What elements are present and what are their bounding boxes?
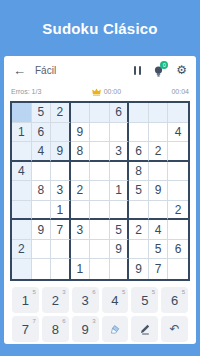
cell-r9c9[interactable] <box>168 259 188 279</box>
cell-r6c5[interactable] <box>90 201 110 221</box>
numpad-6[interactable]: 65 <box>161 287 188 313</box>
cell-r9c8[interactable]: 7 <box>149 259 169 279</box>
cell-r2c7[interactable] <box>129 123 149 143</box>
cell-r2c4[interactable]: 9 <box>71 123 91 143</box>
store-caption: Sudoku Clásico <box>0 0 200 56</box>
remaining-count: 3 <box>92 318 95 324</box>
timer: 00:04 <box>171 88 189 95</box>
remaining-count: 7 <box>32 318 35 324</box>
cell-r2c6[interactable] <box>110 123 130 143</box>
cell-r8c9[interactable]: 6 <box>168 240 188 260</box>
cell-r1c7[interactable] <box>129 103 149 123</box>
cell-r4c8[interactable] <box>149 162 169 182</box>
cell-r7c1[interactable] <box>12 220 32 240</box>
cell-r4c3[interactable] <box>51 162 71 182</box>
cell-r1c2[interactable]: 5 <box>32 103 52 123</box>
cell-r7c5[interactable] <box>90 220 110 240</box>
remaining-count: 5 <box>122 289 125 295</box>
cell-r1c5[interactable] <box>90 103 110 123</box>
cell-r3c2[interactable]: 4 <box>32 142 52 162</box>
best-time: 00:00 <box>92 88 122 96</box>
pencil-icon <box>139 323 151 335</box>
cell-r6c4[interactable] <box>71 201 91 221</box>
cell-r6c3[interactable]: 1 <box>51 201 71 221</box>
cell-r2c3[interactable] <box>51 123 71 143</box>
remaining-count: 5 <box>32 289 35 295</box>
cell-r2c8[interactable] <box>149 123 169 143</box>
cell-r1c8[interactable] <box>149 103 169 123</box>
cell-r4c1[interactable]: 4 <box>12 162 32 182</box>
cell-r7c9[interactable] <box>168 220 188 240</box>
undo-icon: ↶ <box>170 322 180 336</box>
remaining-count: 6 <box>62 318 65 324</box>
numpad-9[interactable]: 93 <box>72 316 99 342</box>
cell-r5c2[interactable]: 8 <box>32 181 52 201</box>
cell-r1c3[interactable]: 2 <box>51 103 71 123</box>
cell-r3c9[interactable] <box>168 142 188 162</box>
numpad-2[interactable]: 23 <box>42 287 69 313</box>
cell-r3c6[interactable]: 3 <box>110 142 130 162</box>
cell-r9c6[interactable] <box>110 259 130 279</box>
cell-r7c3[interactable]: 7 <box>51 220 71 240</box>
cell-r6c8[interactable] <box>149 201 169 221</box>
numpad-7[interactable]: 77 <box>12 316 39 342</box>
cell-r7c7[interactable]: 2 <box>129 220 149 240</box>
cell-r1c6[interactable]: 6 <box>110 103 130 123</box>
pencil-button[interactable] <box>131 316 158 342</box>
cell-r4c5[interactable] <box>90 162 110 182</box>
sudoku-board: 526169449836248832159129735242956197 <box>10 101 190 281</box>
cell-r8c7[interactable] <box>129 240 149 260</box>
cell-r5c6[interactable]: 1 <box>110 181 130 201</box>
cell-r1c1[interactable] <box>12 103 32 123</box>
cell-r5c1[interactable] <box>12 181 32 201</box>
numpad-3[interactable]: 36 <box>72 287 99 313</box>
cell-r2c1[interactable]: 1 <box>12 123 32 143</box>
app-bar: ← Fácil 0 ⚙ <box>4 56 196 84</box>
cell-r4c9[interactable] <box>168 162 188 182</box>
errors-counter: Erros: 1/3 <box>11 88 41 95</box>
cell-r8c8[interactable]: 5 <box>149 240 169 260</box>
cell-r6c6[interactable] <box>110 201 130 221</box>
numpad-4[interactable]: 45 <box>102 287 129 313</box>
app-title: Sudoku Clásico <box>42 20 157 37</box>
cell-r9c7[interactable]: 9 <box>129 259 149 279</box>
back-arrow-icon[interactable]: ← <box>13 64 26 77</box>
cell-r6c1[interactable] <box>12 201 32 221</box>
cell-r5c7[interactable]: 5 <box>129 181 149 201</box>
cell-r9c3[interactable] <box>51 259 71 279</box>
cell-r2c9[interactable]: 4 <box>168 123 188 143</box>
remaining-count: 3 <box>62 289 65 295</box>
cell-r7c2[interactable]: 9 <box>32 220 52 240</box>
cell-r9c4[interactable]: 1 <box>71 259 91 279</box>
cell-r3c5[interactable] <box>90 142 110 162</box>
cell-r4c6[interactable] <box>110 162 130 182</box>
cell-r8c2[interactable] <box>32 240 52 260</box>
cell-r6c7[interactable] <box>129 201 149 221</box>
cell-r2c5[interactable] <box>90 123 110 143</box>
cell-r8c5[interactable] <box>90 240 110 260</box>
remaining-count: 6 <box>92 289 95 295</box>
cell-r5c8[interactable]: 9 <box>149 181 169 201</box>
cell-r3c7[interactable]: 6 <box>129 142 149 162</box>
numpad-1[interactable]: 15 <box>12 287 39 313</box>
cell-r9c1[interactable] <box>12 259 32 279</box>
hint-count-badge: 0 <box>160 61 168 69</box>
cell-r6c9[interactable]: 2 <box>168 201 188 221</box>
cell-r2c2[interactable]: 6 <box>32 123 52 143</box>
pause-icon[interactable] <box>134 64 142 76</box>
undo-button[interactable]: ↶ <box>161 316 188 342</box>
cell-r1c9[interactable] <box>168 103 188 123</box>
cell-r1c4[interactable] <box>71 103 91 123</box>
number-pad: 15 23 36 45 55 65 77 86 93 ↶ <box>12 287 188 342</box>
cell-r4c7[interactable]: 8 <box>129 162 149 182</box>
app-screenshot-card: ← Fácil 0 ⚙ Erros: 1/3 00:00 00:04 <box>4 56 196 344</box>
cell-r5c5[interactable] <box>90 181 110 201</box>
cell-r4c2[interactable] <box>32 162 52 182</box>
cell-r8c1[interactable]: 2 <box>12 240 32 260</box>
gear-icon[interactable]: ⚙ <box>176 64 187 76</box>
crown-icon <box>92 88 101 96</box>
hint-button[interactable]: 0 <box>152 64 165 77</box>
cell-r3c3[interactable]: 9 <box>51 142 71 162</box>
best-time-value: 00:00 <box>104 88 122 95</box>
status-row: Erros: 1/3 00:00 00:04 <box>4 84 196 99</box>
cell-r9c5[interactable] <box>90 259 110 279</box>
remaining-count: 5 <box>182 289 185 295</box>
cell-r7c8[interactable]: 4 <box>149 220 169 240</box>
cell-r3c4[interactable]: 8 <box>71 142 91 162</box>
eraser-button[interactable] <box>102 316 129 342</box>
cell-r7c4[interactable]: 3 <box>71 220 91 240</box>
cell-r8c4[interactable] <box>71 240 91 260</box>
remaining-count: 5 <box>152 289 155 295</box>
cell-r9c2[interactable] <box>32 259 52 279</box>
cell-r8c3[interactable] <box>51 240 71 260</box>
cell-r5c3[interactable]: 3 <box>51 181 71 201</box>
cell-r6c2[interactable] <box>32 201 52 221</box>
cell-r5c9[interactable] <box>168 181 188 201</box>
cell-r7c6[interactable]: 5 <box>110 220 130 240</box>
cell-r3c8[interactable]: 2 <box>149 142 169 162</box>
numpad-8[interactable]: 86 <box>42 316 69 342</box>
cell-r4c4[interactable] <box>71 162 91 182</box>
cell-r8c6[interactable]: 9 <box>110 240 130 260</box>
difficulty-label: Fácil <box>35 65 56 76</box>
cell-r3c1[interactable] <box>12 142 32 162</box>
eraser-icon <box>108 323 121 336</box>
cell-r5c4[interactable]: 2 <box>71 181 91 201</box>
numpad-5[interactable]: 55 <box>131 287 158 313</box>
